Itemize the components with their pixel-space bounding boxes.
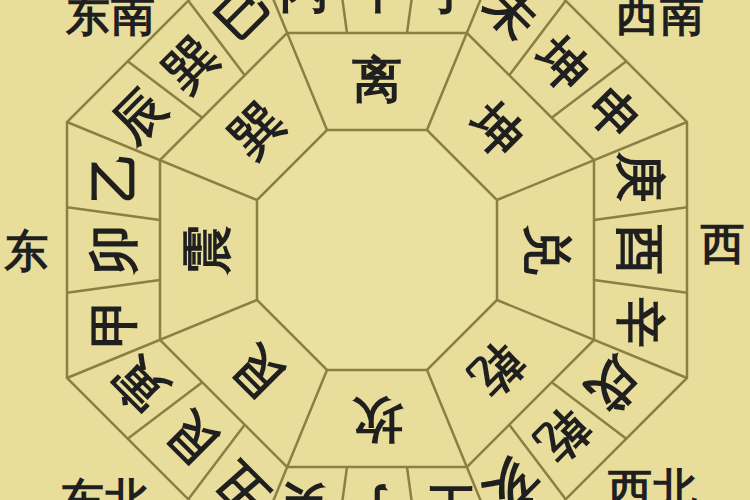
mountain-geng: 庚	[612, 151, 668, 202]
trigram-kan-north: 坎	[352, 392, 404, 448]
direction-label-southwest: 西南	[614, 0, 705, 39]
mountain-bing: 丙	[278, 0, 329, 18]
direction-label-southeast: 东南	[65, 0, 156, 39]
trigram-li-south: 离	[352, 52, 402, 108]
mountain-wu: 午	[350, 0, 402, 18]
center-octagon-fill	[257, 130, 497, 370]
mountain-ren: 壬	[425, 479, 476, 500]
trigram-dui-west: 兑	[519, 224, 575, 275]
mountain-yi: 乙	[86, 152, 142, 202]
direction-label-northeast: 东北	[59, 475, 150, 500]
mountain-ding: 丁	[424, 0, 475, 18]
bagua-compass-svg: 离 坤 兑 乾 坎 艮 震 巽 丙 午 丁 未 坤 申 庚 酉 辛 戌 乾 亥 …	[0, 0, 750, 500]
mountain-zi: 子	[352, 479, 402, 500]
mountain-jia: 甲	[86, 298, 142, 348]
mountain-xin: 辛	[612, 297, 668, 348]
direction-label-west: 西	[700, 219, 746, 268]
mountain-you: 酉	[612, 224, 668, 275]
direction-label-east: 东	[4, 226, 50, 275]
bagua-compass: 离 坤 兑 乾 坎 艮 震 巽 丙 午 丁 未 坤 申 庚 酉 辛 戌 乾 亥 …	[0, 0, 750, 500]
mountain-mao: 卯	[86, 225, 142, 276]
trigram-zhen-east: 震	[179, 225, 235, 276]
direction-label-northwest: 西北	[607, 465, 698, 500]
mountain-gui: 癸	[279, 479, 331, 500]
